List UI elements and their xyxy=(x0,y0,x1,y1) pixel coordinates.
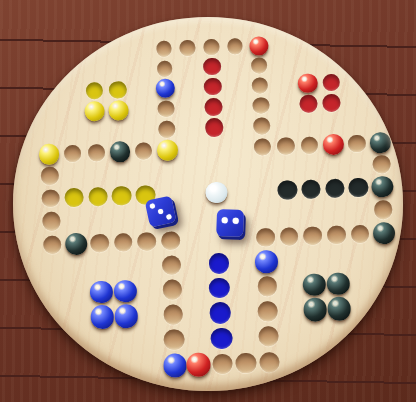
board-hole xyxy=(259,326,280,347)
yellow-marble[interactable] xyxy=(108,100,129,121)
black-marble[interactable] xyxy=(327,297,351,321)
yellow-painted-hole xyxy=(88,187,108,207)
board-hole xyxy=(279,227,298,246)
board-hole xyxy=(351,224,370,243)
black-marble[interactable] xyxy=(303,273,327,297)
black-painted-hole xyxy=(277,180,297,200)
blue-marble[interactable] xyxy=(90,305,114,329)
yellow-painted-hole xyxy=(109,81,127,99)
board-hole xyxy=(163,304,183,324)
yellow-painted-hole xyxy=(112,186,132,206)
board-hole xyxy=(252,77,269,94)
blue-painted-hole xyxy=(208,253,229,274)
yellow-painted-hole xyxy=(64,187,84,207)
board-hole xyxy=(252,97,269,114)
board-hole xyxy=(180,40,196,56)
wahoo-board xyxy=(13,17,403,391)
white-marble-center[interactable] xyxy=(205,181,227,203)
black-painted-hole xyxy=(348,177,368,197)
red-painted-hole xyxy=(299,94,318,113)
blue-marble[interactable] xyxy=(163,353,188,378)
black-marble[interactable] xyxy=(371,176,393,198)
board-holes-layer xyxy=(7,11,410,398)
board-hole xyxy=(253,117,270,134)
black-marble[interactable] xyxy=(372,222,395,245)
board-hole xyxy=(164,330,185,351)
board-hole xyxy=(348,135,366,153)
board-hole xyxy=(301,136,319,154)
yellow-marble[interactable] xyxy=(157,139,178,160)
blue-marble[interactable] xyxy=(255,250,278,273)
red-painted-hole xyxy=(322,73,340,91)
black-marble[interactable] xyxy=(109,141,130,162)
board-hole xyxy=(156,41,172,57)
blue-marble[interactable] xyxy=(114,304,138,328)
blue-die-2[interactable] xyxy=(217,209,245,237)
yellow-painted-hole xyxy=(85,82,103,100)
board-hole xyxy=(327,225,346,244)
board-hole xyxy=(90,234,109,253)
board-hole xyxy=(137,232,156,251)
board-hole xyxy=(258,301,278,321)
red-marble[interactable] xyxy=(249,36,269,56)
wood-floor: { "game": "Aggravation / Wahoo (wooden m… xyxy=(0,0,416,402)
red-painted-hole xyxy=(205,118,224,137)
black-marble[interactable] xyxy=(326,272,350,296)
board-hole xyxy=(41,189,60,208)
board-hole xyxy=(88,144,106,162)
red-marble[interactable] xyxy=(186,352,211,377)
red-marble[interactable] xyxy=(297,73,317,93)
blue-painted-hole xyxy=(209,277,231,299)
red-painted-hole xyxy=(204,78,222,96)
red-painted-hole xyxy=(323,93,342,112)
blue-die-1[interactable] xyxy=(144,196,176,228)
board-hole xyxy=(203,39,219,55)
board-hole xyxy=(161,231,180,250)
board-hole xyxy=(43,235,62,254)
board-hole xyxy=(41,167,59,185)
red-painted-hole xyxy=(203,58,221,76)
black-painted-hole xyxy=(325,178,345,198)
die-pip xyxy=(148,203,155,210)
board-hole xyxy=(251,57,267,73)
die-pip xyxy=(233,218,239,224)
blue-painted-hole xyxy=(210,302,232,324)
die-pip xyxy=(157,208,164,215)
black-marble[interactable] xyxy=(370,132,391,153)
red-marble[interactable] xyxy=(323,134,344,155)
blue-marble[interactable] xyxy=(113,279,137,303)
board-hole xyxy=(158,120,175,137)
blue-marble[interactable] xyxy=(90,280,114,304)
board-hole xyxy=(156,60,172,76)
die-pip xyxy=(165,214,172,221)
blue-painted-hole xyxy=(210,327,232,349)
board-hole xyxy=(64,145,82,163)
board-hole xyxy=(42,212,61,231)
board-hole xyxy=(303,226,322,245)
red-painted-hole xyxy=(204,98,223,117)
board-hole xyxy=(372,155,390,173)
yellow-marble[interactable] xyxy=(38,144,59,165)
board-hole xyxy=(256,228,275,247)
black-marble[interactable] xyxy=(303,298,327,322)
board-hole xyxy=(158,100,175,117)
board-hole xyxy=(162,280,182,300)
board-hole xyxy=(259,352,280,373)
board-hole xyxy=(253,138,271,156)
yellow-marble[interactable] xyxy=(85,101,106,122)
die-pip xyxy=(222,218,228,224)
board-hole xyxy=(212,353,233,374)
board-hole xyxy=(257,276,277,296)
board-hole xyxy=(135,142,153,160)
board-hole xyxy=(374,200,393,219)
blue-marble[interactable] xyxy=(155,78,175,98)
board-hole xyxy=(114,233,133,252)
black-marble[interactable] xyxy=(64,233,87,256)
yellow-painted-hole xyxy=(135,185,155,205)
board-hole xyxy=(236,353,257,374)
board-hole xyxy=(227,38,243,54)
board-hole xyxy=(277,137,295,155)
black-painted-hole xyxy=(301,179,321,199)
board-hole xyxy=(162,255,182,275)
